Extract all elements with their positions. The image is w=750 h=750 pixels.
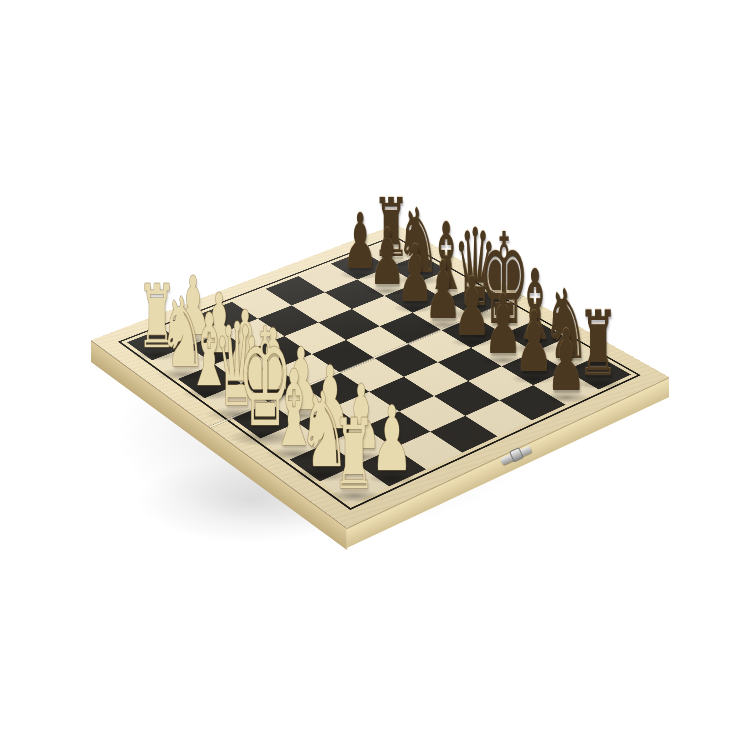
pawn-glyph: ♟ [546, 319, 586, 404]
piece-white-rook-h1[interactable]: ♜ [311, 406, 398, 503]
wooden-folding-chess-set: ♜♞♝♛♚♝♞♜♟♟♟♟♟♟♟♟♟♟♟♟♟♟♟♟♜♞♝♛♚♝♞♜ [0, 0, 750, 750]
piece-black-pawn-h7[interactable]: ♟ [528, 319, 604, 404]
rook-glyph: ♜ [333, 406, 376, 503]
